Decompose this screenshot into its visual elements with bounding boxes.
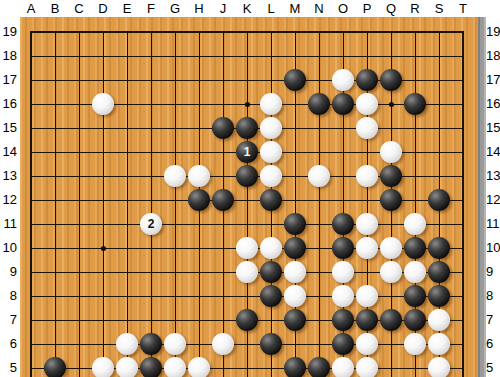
white-stone (212, 333, 234, 355)
black-stone (404, 309, 426, 331)
row-label-right: 8 (486, 288, 500, 303)
white-stone (164, 333, 186, 355)
white-stone (92, 93, 114, 115)
white-stone (260, 117, 282, 139)
white-stone (356, 333, 378, 355)
column-label: D (94, 1, 112, 16)
row-label-right: 5 (486, 360, 500, 375)
row-label-left: 16 (0, 96, 17, 111)
column-label: O (334, 1, 352, 16)
black-stone (260, 333, 282, 355)
white-stone (404, 213, 426, 235)
black-stone (284, 309, 306, 331)
row-label-right: 17 (486, 72, 500, 87)
black-stone (356, 69, 378, 91)
grid-hline (30, 296, 464, 297)
white-stone (356, 165, 378, 187)
black-stone (332, 309, 354, 331)
grid-vline (30, 31, 32, 377)
white-stone (260, 141, 282, 163)
row-label-left: 8 (0, 288, 17, 303)
row-label-right: 11 (486, 216, 500, 231)
column-label: F (142, 1, 160, 16)
white-stone (260, 93, 282, 115)
white-stone (380, 261, 402, 283)
row-label-left: 17 (0, 72, 17, 87)
move-number: 1 (244, 141, 251, 163)
white-stone (356, 357, 378, 377)
white-stone (92, 357, 114, 377)
black-stone (428, 189, 450, 211)
white-stone (428, 309, 450, 331)
row-label-right: 16 (486, 96, 500, 111)
grid-hline (30, 224, 464, 225)
row-label-right: 19 (486, 24, 500, 39)
column-label: S (430, 1, 448, 16)
go-board-app: ABCDEFGHJKLMNOPQRST 19181716151413121110… (0, 0, 500, 377)
column-label: J (214, 1, 232, 16)
grid-vline (175, 31, 176, 377)
black-stone (44, 357, 66, 377)
white-stone (236, 237, 258, 259)
hoshi-point (101, 246, 106, 251)
row-label-left: 6 (0, 336, 17, 351)
row-label-right: 13 (486, 168, 500, 183)
white-stone (356, 117, 378, 139)
white-stone (164, 357, 186, 377)
row-label-right: 18 (486, 48, 500, 63)
white-stone (260, 237, 282, 259)
row-label-left: 13 (0, 168, 17, 183)
hoshi-point (389, 102, 394, 107)
white-stone (404, 333, 426, 355)
row-label-right: 12 (486, 192, 500, 207)
grid-hline (30, 344, 464, 345)
black-stone (428, 261, 450, 283)
grid-vline (103, 31, 104, 377)
white-stone (356, 285, 378, 307)
column-label: K (238, 1, 256, 16)
black-stone (188, 189, 210, 211)
row-label-right: 6 (486, 336, 500, 351)
white-stone (116, 333, 138, 355)
black-stone (212, 189, 234, 211)
row-label-right: 15 (486, 120, 500, 135)
black-stone (236, 165, 258, 187)
column-label: L (262, 1, 280, 16)
grid-vline (55, 31, 56, 377)
black-stone (404, 285, 426, 307)
row-label-right: 7 (486, 312, 500, 327)
column-label: G (166, 1, 184, 16)
black-stone (140, 333, 162, 355)
white-stone (284, 261, 306, 283)
black-stone (356, 309, 378, 331)
black-stone (284, 69, 306, 91)
black-stone (236, 117, 258, 139)
row-label-right: 14 (486, 144, 500, 159)
black-stone (404, 93, 426, 115)
grid-vline (151, 31, 152, 377)
row-label-left: 14 (0, 144, 17, 159)
grid-vline (127, 31, 128, 377)
black-stone (332, 237, 354, 259)
column-label: T (454, 1, 472, 16)
black-stone (332, 333, 354, 355)
white-stone (164, 165, 186, 187)
black-stone (380, 69, 402, 91)
row-label-left: 7 (0, 312, 17, 327)
black-stone (380, 309, 402, 331)
scrollbar-strip[interactable] (478, 17, 486, 377)
column-label: M (286, 1, 304, 16)
black-stone (308, 357, 330, 377)
black-stone (140, 357, 162, 377)
white-stone (116, 357, 138, 377)
row-label-left: 19 (0, 24, 17, 39)
black-stone: 1 (236, 141, 258, 163)
black-stone (284, 357, 306, 377)
white-stone (332, 261, 354, 283)
black-stone (404, 237, 426, 259)
black-stone (260, 189, 282, 211)
column-label: P (358, 1, 376, 16)
column-label: Q (382, 1, 400, 16)
white-stone (332, 285, 354, 307)
black-stone (284, 213, 306, 235)
white-stone (428, 333, 450, 355)
white-stone (188, 357, 210, 377)
white-stone (404, 261, 426, 283)
grid-vline (462, 31, 464, 377)
black-stone (308, 93, 330, 115)
black-stone (332, 213, 354, 235)
white-stone (260, 165, 282, 187)
row-label-left: 5 (0, 360, 17, 375)
white-stone (332, 357, 354, 377)
row-label-right: 10 (486, 240, 500, 255)
black-stone (212, 117, 234, 139)
white-stone (356, 93, 378, 115)
row-label-left: 15 (0, 120, 17, 135)
black-stone (380, 165, 402, 187)
row-label-left: 12 (0, 192, 17, 207)
white-stone (308, 165, 330, 187)
row-label-right: 9 (486, 264, 500, 279)
grid-hline (30, 31, 464, 33)
white-stone (380, 141, 402, 163)
white-stone (284, 285, 306, 307)
black-stone (380, 189, 402, 211)
white-stone: 2 (140, 213, 162, 235)
grid-vline (319, 31, 320, 377)
white-stone (428, 357, 450, 377)
move-number: 2 (148, 213, 155, 235)
black-stone (236, 309, 258, 331)
column-label: A (22, 1, 40, 16)
row-label-left: 11 (0, 216, 17, 231)
black-stone (284, 237, 306, 259)
column-label: R (406, 1, 424, 16)
goban[interactable]: 12 (20, 17, 478, 377)
white-stone (236, 261, 258, 283)
column-label: E (118, 1, 136, 16)
black-stone (260, 285, 282, 307)
white-stone (188, 165, 210, 187)
hoshi-point (245, 102, 250, 107)
white-stone (380, 237, 402, 259)
row-label-left: 10 (0, 240, 17, 255)
white-stone (356, 237, 378, 259)
column-label: H (190, 1, 208, 16)
column-label: N (310, 1, 328, 16)
column-label: B (46, 1, 64, 16)
white-stone (356, 213, 378, 235)
grid-hline (30, 56, 464, 57)
black-stone (428, 285, 450, 307)
column-label: C (70, 1, 88, 16)
row-label-left: 18 (0, 48, 17, 63)
grid-vline (79, 31, 80, 377)
black-stone (260, 261, 282, 283)
row-label-left: 9 (0, 264, 17, 279)
black-stone (428, 237, 450, 259)
white-stone (332, 69, 354, 91)
black-stone (332, 93, 354, 115)
